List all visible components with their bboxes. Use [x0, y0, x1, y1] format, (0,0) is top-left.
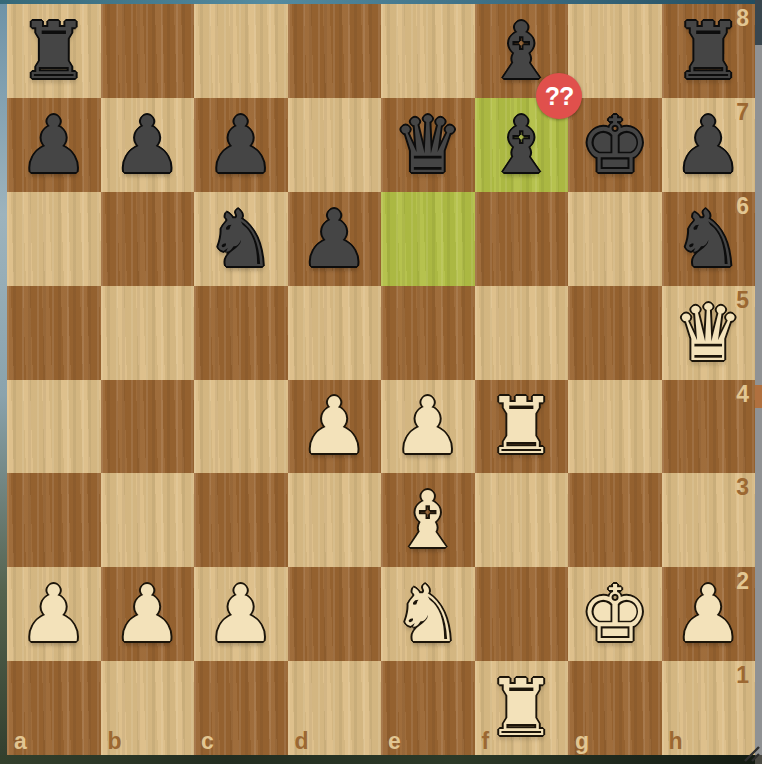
square-g7[interactable]: ♚	[568, 98, 662, 192]
square-h1[interactable]: h1	[662, 661, 756, 755]
square-e4[interactable]: ♟	[381, 380, 475, 474]
file-label-h: h	[669, 730, 683, 753]
rank-label-1: 1	[736, 664, 749, 687]
square-c2[interactable]: ♟	[194, 567, 288, 661]
scrollbar-marker	[755, 385, 762, 408]
square-g1[interactable]: g	[568, 661, 662, 755]
square-g5[interactable]	[568, 286, 662, 380]
white-queen[interactable]: ♛	[673, 294, 743, 372]
black-pawn[interactable]: ♟	[673, 106, 743, 184]
white-pawn[interactable]: ♟	[299, 387, 369, 465]
square-c8[interactable]	[194, 4, 288, 98]
square-h6[interactable]: ♞6	[662, 192, 756, 286]
square-c1[interactable]: c	[194, 661, 288, 755]
white-pawn[interactable]: ♟	[673, 575, 743, 653]
square-h2[interactable]: ♟2	[662, 567, 756, 661]
square-h7[interactable]: ♟7	[662, 98, 756, 192]
square-f1[interactable]: ♜f	[475, 661, 569, 755]
square-d7[interactable]	[288, 98, 382, 192]
rank-label-3: 3	[736, 476, 749, 499]
square-a5[interactable]	[7, 286, 101, 380]
background-left-strip	[0, 4, 7, 755]
black-rook[interactable]: ♜	[19, 12, 89, 90]
square-c7[interactable]: ♟	[194, 98, 288, 192]
square-a2[interactable]: ♟	[7, 567, 101, 661]
square-c6[interactable]: ♞	[194, 192, 288, 286]
board-resize-handle-icon[interactable]	[741, 743, 761, 763]
square-d5[interactable]	[288, 286, 382, 380]
square-g3[interactable]	[568, 473, 662, 567]
white-rook[interactable]: ♜	[486, 669, 556, 747]
square-e5[interactable]	[381, 286, 475, 380]
square-b6[interactable]	[101, 192, 195, 286]
file-label-g: g	[575, 730, 589, 753]
square-e8[interactable]	[381, 4, 475, 98]
square-d2[interactable]	[288, 567, 382, 661]
square-b4[interactable]	[101, 380, 195, 474]
square-d8[interactable]	[288, 4, 382, 98]
square-f6[interactable]	[475, 192, 569, 286]
black-rook[interactable]: ♜	[673, 12, 743, 90]
background-bottom-strip	[0, 755, 755, 764]
square-e1[interactable]: e	[381, 661, 475, 755]
square-a6[interactable]	[7, 192, 101, 286]
square-c5[interactable]	[194, 286, 288, 380]
square-a1[interactable]: a	[7, 661, 101, 755]
square-b2[interactable]: ♟	[101, 567, 195, 661]
scrollbar-track[interactable]	[755, 0, 762, 764]
black-bishop[interactable]: ♝	[486, 106, 556, 184]
square-d3[interactable]	[288, 473, 382, 567]
black-pawn[interactable]: ♟	[112, 106, 182, 184]
square-e3[interactable]: ♝	[381, 473, 475, 567]
board: ♜♝♜8♟♟♟♛♝♚♟7♞♟♞6♛5♟♟♜4♝3♟♟♟♞♚♟2abcde♜fgh…	[7, 4, 755, 755]
black-knight[interactable]: ♞	[673, 200, 743, 278]
square-f3[interactable]	[475, 473, 569, 567]
black-king[interactable]: ♚	[580, 106, 650, 184]
white-rook[interactable]: ♜	[486, 387, 556, 465]
rank-label-4: 4	[736, 383, 749, 406]
square-f4[interactable]: ♜	[475, 380, 569, 474]
square-e6[interactable]	[381, 192, 475, 286]
square-b1[interactable]: b	[101, 661, 195, 755]
file-label-c: c	[201, 730, 214, 753]
square-a4[interactable]	[7, 380, 101, 474]
black-queen[interactable]: ♛	[393, 106, 463, 184]
file-label-a: a	[14, 730, 27, 753]
square-h8[interactable]: ♜8	[662, 4, 756, 98]
square-g2[interactable]: ♚	[568, 567, 662, 661]
square-d1[interactable]: d	[288, 661, 382, 755]
square-c4[interactable]	[194, 380, 288, 474]
square-f5[interactable]	[475, 286, 569, 380]
square-g6[interactable]	[568, 192, 662, 286]
square-a7[interactable]: ♟	[7, 98, 101, 192]
file-label-b: b	[108, 730, 122, 753]
white-pawn[interactable]: ♟	[393, 387, 463, 465]
square-h5[interactable]: ♛5	[662, 286, 756, 380]
square-c3[interactable]	[194, 473, 288, 567]
black-knight[interactable]: ♞	[206, 200, 276, 278]
white-pawn[interactable]: ♟	[112, 575, 182, 653]
white-king[interactable]: ♚	[580, 575, 650, 653]
square-b7[interactable]: ♟	[101, 98, 195, 192]
square-h4[interactable]: 4	[662, 380, 756, 474]
square-d6[interactable]: ♟	[288, 192, 382, 286]
square-g4[interactable]	[568, 380, 662, 474]
file-label-e: e	[388, 730, 401, 753]
black-pawn[interactable]: ♟	[206, 106, 276, 184]
square-g8[interactable]	[568, 4, 662, 98]
white-bishop[interactable]: ♝	[393, 481, 463, 559]
white-pawn[interactable]: ♟	[19, 575, 89, 653]
square-e2[interactable]: ♞	[381, 567, 475, 661]
scrollbar-top-cap	[755, 0, 762, 45]
file-label-d: d	[295, 730, 309, 753]
square-h3[interactable]: 3	[662, 473, 756, 567]
white-knight[interactable]: ♞	[393, 575, 463, 653]
black-pawn[interactable]: ♟	[19, 106, 89, 184]
square-d4[interactable]: ♟	[288, 380, 382, 474]
square-b3[interactable]	[101, 473, 195, 567]
black-pawn[interactable]: ♟	[299, 200, 369, 278]
square-a3[interactable]	[7, 473, 101, 567]
blunder-badge: ??	[536, 73, 582, 119]
square-b5[interactable]	[101, 286, 195, 380]
square-f2[interactable]	[475, 567, 569, 661]
white-pawn[interactable]: ♟	[206, 575, 276, 653]
square-e7[interactable]: ♛	[381, 98, 475, 192]
square-a8[interactable]: ♜	[7, 4, 101, 98]
square-b8[interactable]	[101, 4, 195, 98]
